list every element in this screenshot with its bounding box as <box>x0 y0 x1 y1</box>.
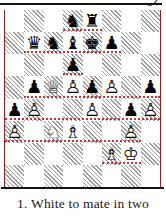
piece-glyph: ♜ <box>84 10 100 31</box>
red-squiggle-rank-3 <box>5 140 141 142</box>
square-d1 <box>63 165 82 187</box>
piece-black-pawn-f7: ♟ <box>103 34 119 52</box>
square-e2 <box>83 143 102 165</box>
square-c2 <box>44 143 63 165</box>
piece-glyph: ♙ <box>7 120 23 141</box>
red-squiggle-rank-4 <box>5 118 160 120</box>
square-g8 <box>121 10 140 32</box>
square-h8 <box>141 10 160 32</box>
piece-glyph: ♝ <box>65 32 81 53</box>
square-c6 <box>44 54 63 76</box>
square-b2 <box>24 143 43 165</box>
piece-white-fill: ♛ <box>45 78 61 96</box>
piece-black-king-e7: ♚ <box>84 34 100 52</box>
square-b1 <box>24 165 43 187</box>
square-b8 <box>24 10 43 32</box>
piece-white-pawn-e4: ♟♙ <box>84 100 100 118</box>
square-a7 <box>5 32 24 54</box>
piece-white-pawn-a3: ♟♙ <box>7 122 23 140</box>
square-h6 <box>141 54 160 76</box>
top-horizontal-rule <box>0 3 162 5</box>
piece-glyph: ♟ <box>84 76 100 97</box>
piece-black-knight-d8: ♞ <box>65 12 81 30</box>
piece-glyph: ♙ <box>123 120 139 141</box>
piece-white-queen-c5: ♛♕ <box>45 78 61 96</box>
piece-black-pawn-g4: ♟ <box>123 100 139 118</box>
red-squiggle-rank-8 <box>63 29 102 31</box>
piece-glyph: ♟ <box>26 76 42 97</box>
piece-white-fill: ♞ <box>45 122 61 140</box>
piece-white-pawn-f5: ♟♙ <box>103 78 119 96</box>
piece-glyph: ♘ <box>45 120 61 141</box>
piece-glyph: ♛ <box>26 32 42 53</box>
chess-board: ♞♜♛♞♝♚♟♟♟♛♕♟♙♟♟♙♟♟♟♙♟♙♟♟♙♟♙♞♘♝♗♟♙♝♗♚♔ <box>4 10 161 187</box>
puzzle-caption: 1. White to mate in two <box>0 196 166 212</box>
bottom-horizontal-rule <box>1 187 164 189</box>
piece-glyph: ♗ <box>65 120 81 141</box>
piece-white-pawn-g3: ♟♙ <box>123 122 139 140</box>
piece-black-pawn-a4: ♟ <box>7 100 23 118</box>
piece-glyph: ♗ <box>103 142 119 163</box>
piece-white-fill: ♚ <box>123 144 139 162</box>
piece-white-king-g2: ♚♔ <box>123 144 139 162</box>
piece-black-pawn-e5: ♟ <box>84 78 100 96</box>
piece-white-fill: ♟ <box>65 78 81 96</box>
red-squiggle-rank-6 <box>63 73 82 75</box>
square-h3 <box>141 121 160 143</box>
piece-glyph: ♞ <box>65 10 81 31</box>
red-squiggle-rank-2 <box>102 162 141 164</box>
piece-white-bishop-f2: ♝♗ <box>103 144 119 162</box>
piece-glyph: ♚ <box>84 32 100 53</box>
piece-white-bishop-d3: ♝♗ <box>65 122 81 140</box>
square-e6 <box>83 54 102 76</box>
piece-glyph: ♕ <box>45 76 61 97</box>
square-g1 <box>121 165 140 187</box>
square-a8 <box>5 10 24 32</box>
piece-glyph: ♟ <box>103 32 119 53</box>
piece-glyph: ♟ <box>142 76 158 97</box>
square-g7 <box>121 32 140 54</box>
piece-black-pawn-h5: ♟ <box>142 78 158 96</box>
square-a2 <box>5 143 24 165</box>
square-f1 <box>102 165 121 187</box>
piece-white-fill: ♟ <box>142 100 158 118</box>
square-h1 <box>141 165 160 187</box>
piece-white-pawn-b4: ♟♙ <box>26 100 42 118</box>
square-b6 <box>24 54 43 76</box>
red-squiggle-rank-7 <box>24 51 121 53</box>
piece-glyph: ♙ <box>26 98 42 119</box>
piece-black-queen-b7: ♛ <box>26 34 42 52</box>
piece-glyph: ♟ <box>65 54 81 75</box>
piece-glyph: ♞ <box>45 32 61 53</box>
square-a6 <box>5 54 24 76</box>
square-h7 <box>141 32 160 54</box>
piece-black-pawn-d6: ♟ <box>65 56 81 74</box>
piece-white-pawn-d5: ♟♙ <box>65 78 81 96</box>
piece-white-fill: ♝ <box>103 144 119 162</box>
piece-black-rook-e8: ♜ <box>84 12 100 30</box>
square-e1 <box>83 165 102 187</box>
piece-white-fill: ♟ <box>7 122 23 140</box>
square-c8 <box>44 10 63 32</box>
piece-white-knight-c3: ♞♘ <box>45 122 61 140</box>
piece-glyph: ♟ <box>123 98 139 119</box>
square-f8 <box>102 10 121 32</box>
puzzle-page: ♞♜♛♞♝♚♟♟♟♛♕♟♙♟♟♙♟♟♟♙♟♙♟♟♙♟♙♞♘♝♗♟♙♝♗♚♔ 1.… <box>0 0 166 223</box>
piece-glyph: ♙ <box>84 98 100 119</box>
piece-black-knight-c7: ♞ <box>45 34 61 52</box>
piece-white-fill: ♟ <box>103 78 119 96</box>
piece-glyph: ♙ <box>103 76 119 97</box>
piece-white-fill: ♝ <box>65 122 81 140</box>
piece-white-fill: ♟ <box>123 122 139 140</box>
square-a5 <box>5 76 24 98</box>
piece-glyph: ♙ <box>142 98 158 119</box>
piece-glyph: ♟ <box>7 98 23 119</box>
red-squiggle-rank-5 <box>24 96 160 98</box>
square-c1 <box>44 165 63 187</box>
piece-glyph: ♙ <box>65 76 81 97</box>
square-h2 <box>141 143 160 165</box>
square-f6 <box>102 54 121 76</box>
piece-black-bishop-d7: ♝ <box>65 34 81 52</box>
piece-white-fill: ♟ <box>84 100 100 118</box>
square-a1 <box>5 165 24 187</box>
piece-glyph: ♔ <box>123 142 139 163</box>
square-g6 <box>121 54 140 76</box>
piece-white-fill: ♟ <box>26 100 42 118</box>
piece-white-pawn-h4: ♟♙ <box>142 100 158 118</box>
square-d2 <box>63 143 82 165</box>
piece-black-pawn-b5: ♟ <box>26 78 42 96</box>
